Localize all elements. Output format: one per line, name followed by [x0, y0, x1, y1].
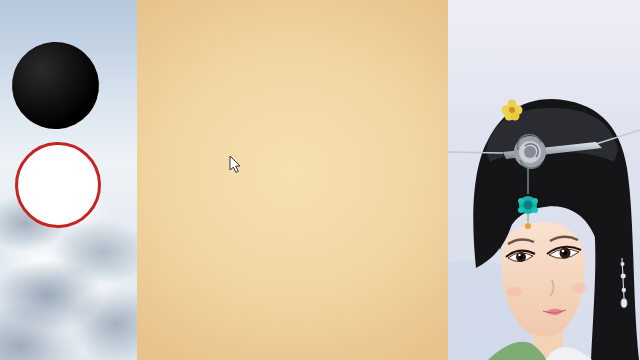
portrait-panel [448, 0, 640, 360]
mouse-cursor [229, 156, 243, 174]
video-frame [0, 0, 640, 360]
xiangqi-board[interactable] [137, 0, 448, 360]
blush-right [572, 283, 588, 293]
snow-background [0, 0, 137, 360]
hairpin-wire-left [448, 152, 503, 153]
pieces-layer [137, 0, 448, 360]
blush-left [506, 287, 522, 297]
woman-portrait [448, 0, 640, 360]
